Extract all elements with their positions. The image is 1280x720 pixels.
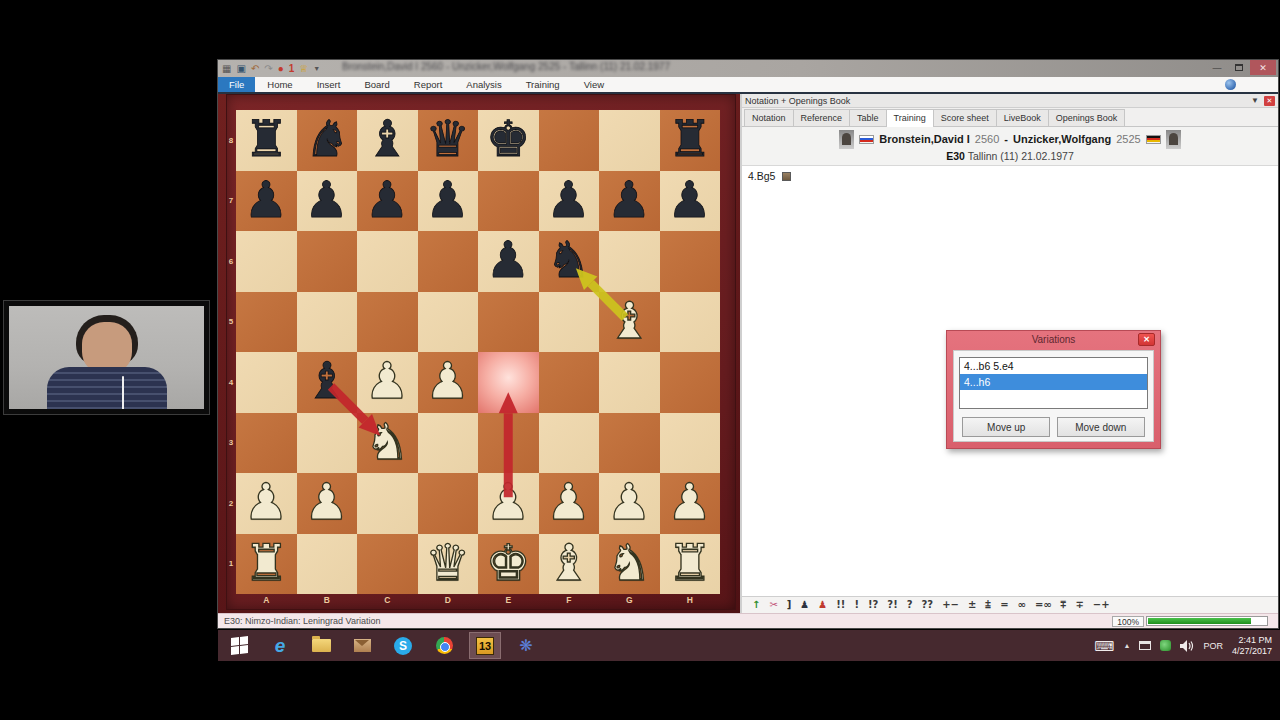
- taskbar-chessbase-13-icon[interactable]: 13: [469, 632, 501, 659]
- clock[interactable]: 2:41 PM 4/27/2017: [1232, 635, 1272, 657]
- white-pawn: ♟: [418, 352, 479, 413]
- square-g1[interactable]: ♞: [599, 534, 660, 595]
- square-e7[interactable]: [478, 171, 539, 232]
- square-a7[interactable]: ♟: [236, 171, 297, 232]
- square-f8[interactable]: [539, 110, 600, 171]
- taskbar-mail-icon[interactable]: [346, 632, 378, 659]
- earphone-cord: [122, 376, 124, 409]
- annotation-symbol-3[interactable]: ♟: [800, 600, 809, 610]
- square-h4[interactable]: [660, 352, 721, 413]
- white-king: ♚: [478, 534, 539, 595]
- annotation-symbol-14[interactable]: =: [1000, 600, 1008, 610]
- annotation-symbol-5[interactable]: !!: [836, 600, 845, 610]
- annotation-symbol-7[interactable]: !?: [868, 600, 878, 610]
- square-f6[interactable]: ♞: [539, 231, 600, 292]
- event-details: Tallinn (11) 21.02.1977: [968, 150, 1074, 162]
- volume-icon[interactable]: [1180, 640, 1194, 652]
- square-g8[interactable]: [599, 110, 660, 171]
- trophy-icon[interactable]: ♕: [299, 64, 308, 74]
- square-g3[interactable]: [599, 413, 660, 474]
- taskbar-start-icon[interactable]: [223, 632, 255, 659]
- menu-view[interactable]: View: [572, 77, 616, 92]
- white-pawn: ♟: [297, 473, 358, 534]
- menu-insert[interactable]: Insert: [305, 77, 353, 92]
- annotation-symbol-9[interactable]: ?: [907, 600, 913, 610]
- square-d5[interactable]: [418, 292, 479, 353]
- square-f1[interactable]: ♝: [539, 534, 600, 595]
- panel-title-bar[interactable]: Notation + Openings Book ▼ ✕: [742, 94, 1278, 108]
- square-d4[interactable]: ♟: [418, 352, 479, 413]
- square-h5[interactable]: [660, 292, 721, 353]
- black-rook: ♜: [660, 110, 721, 171]
- undo-icon[interactable]: ↶: [251, 64, 259, 74]
- minimize-button[interactable]: —: [1206, 60, 1228, 75]
- annotation-symbol-6[interactable]: !: [854, 600, 859, 610]
- white-pawn: ♟: [478, 473, 539, 534]
- square-a6[interactable]: [236, 231, 297, 292]
- black-queen: ♛: [418, 110, 479, 171]
- square-e3[interactable]: [478, 413, 539, 474]
- square-e2[interactable]: ♟: [478, 473, 539, 534]
- maximize-button[interactable]: [1228, 60, 1250, 75]
- black-player-elo: 2525: [1116, 133, 1140, 145]
- annotation-toolbar: ↑✂]♟♟!!!!??!???+−±⩲=∞=∞⩱∓−+: [742, 596, 1278, 613]
- qat-dropdown-icon[interactable]: ▼: [313, 64, 320, 74]
- square-b4[interactable]: ♝: [297, 352, 358, 413]
- square-d1[interactable]: ♛: [418, 534, 479, 595]
- black-player-name: Unzicker,Wolfgang: [1013, 133, 1111, 145]
- title-bar[interactable]: ▦ ▣ ↶ ↷ ● 1 ♕ ▼ Bronstein,David I 2560 -…: [218, 60, 1278, 77]
- square-c4[interactable]: ♟: [357, 352, 418, 413]
- move-down-button[interactable]: Move down: [1057, 417, 1145, 437]
- square-h6[interactable]: [660, 231, 721, 292]
- annotation-symbol-10[interactable]: ??: [922, 600, 934, 610]
- square-b1[interactable]: [297, 534, 358, 595]
- panel-tabs: NotationReferenceTableTrainingScore shee…: [742, 108, 1278, 127]
- system-tray: ⌨ ▲ POR 2:41 PM 4/27/2017: [1094, 635, 1280, 657]
- square-e5[interactable]: [478, 292, 539, 353]
- square-f5[interactable]: [539, 292, 600, 353]
- white-queen: ♛: [418, 534, 479, 595]
- annotation-symbol-17[interactable]: ⩱: [1061, 600, 1067, 610]
- annotation-symbol-16[interactable]: =∞: [1035, 600, 1052, 610]
- video-frame: ▦ ▣ ↶ ↷ ● 1 ♕ ▼ Bronstein,David I 2560 -…: [0, 0, 1280, 720]
- square-a4[interactable]: [236, 352, 297, 413]
- tab-table[interactable]: Table: [849, 109, 887, 126]
- menu-report[interactable]: Report: [402, 77, 455, 92]
- game-header: Bronstein,David I 2560 - Unzicker,Wolfga…: [742, 127, 1278, 166]
- dialog-title-bar[interactable]: Variations ✕: [947, 331, 1160, 348]
- dialog-title: Variations: [1032, 334, 1076, 345]
- rank-labels: 87654321: [226, 110, 236, 594]
- menu-board[interactable]: Board: [352, 77, 401, 92]
- square-b5[interactable]: [297, 292, 358, 353]
- window-controls: — ✕: [1206, 60, 1276, 75]
- square-a2[interactable]: ♟: [236, 473, 297, 534]
- square-f2[interactable]: ♟: [539, 473, 600, 534]
- black-player-photo: [1166, 130, 1181, 149]
- white-bishop: ♝: [539, 534, 600, 595]
- training-medal-icon: [782, 172, 791, 181]
- square-h3[interactable]: [660, 413, 721, 474]
- square-a5[interactable]: [236, 292, 297, 353]
- menu-home[interactable]: Home: [255, 77, 304, 92]
- white-pawn: ♟: [236, 473, 297, 534]
- clock-time: 2:41 PM: [1232, 635, 1272, 646]
- black-bishop: ♝: [297, 352, 358, 413]
- white-knight: ♞: [599, 534, 660, 595]
- tab-openings-book[interactable]: Openings Book: [1048, 109, 1126, 126]
- variation-item-0[interactable]: 4...b6 5.e4: [960, 358, 1147, 374]
- square-h7[interactable]: ♟: [660, 171, 721, 232]
- tab-notation[interactable]: Notation: [744, 109, 794, 126]
- panel-title: Notation + Openings Book: [745, 96, 850, 106]
- square-b7[interactable]: ♟: [297, 171, 358, 232]
- window-title: Bronstein,David I 2560 - Unzicker,Wolfga…: [342, 61, 670, 72]
- web-globe-icon[interactable]: [1225, 79, 1236, 90]
- annotation-symbol-19[interactable]: −+: [1093, 600, 1110, 610]
- annotation-symbol-12[interactable]: ±: [968, 600, 976, 610]
- square-g7[interactable]: ♟: [599, 171, 660, 232]
- webcam-video: [9, 306, 204, 409]
- black-pawn: ♟: [236, 171, 297, 232]
- menu-bar: FileHomeInsertBoardReportAnalysisTrainin…: [218, 77, 1278, 94]
- move-up-button[interactable]: Move up: [962, 417, 1050, 437]
- players-separator: -: [1004, 133, 1008, 145]
- germany-flag-icon: [1146, 135, 1161, 144]
- square-b3[interactable]: [297, 413, 358, 474]
- taskbar-flower-app-icon[interactable]: ❋: [510, 632, 542, 659]
- apps-grid-icon[interactable]: ▦: [222, 64, 231, 74]
- close-button[interactable]: ✕: [1250, 60, 1276, 75]
- square-c1[interactable]: [357, 534, 418, 595]
- square-c8[interactable]: ♝: [357, 110, 418, 171]
- board-pane: 87654321 ♜♞♝♛♚♜♟♟♟♟♟♟♟♟♞♝♝♟♟♞♟♟♟♟♟♟♜♛♚♝♞…: [218, 94, 740, 613]
- status-tray-icon[interactable]: [1160, 640, 1171, 651]
- square-b6[interactable]: [297, 231, 358, 292]
- square-e4[interactable]: [478, 352, 539, 413]
- square-c5[interactable]: [357, 292, 418, 353]
- white-rook: ♜: [660, 534, 721, 595]
- windows-taskbar: eS13❋ ⌨ ▲ POR 2:41 PM 4/27/2017: [218, 630, 1280, 661]
- annotation-symbol-2[interactable]: ]: [787, 600, 792, 610]
- square-d6[interactable]: [418, 231, 479, 292]
- square-b8[interactable]: ♞: [297, 110, 358, 171]
- white-pawn: ♟: [599, 473, 660, 534]
- presenter-shirt: [47, 367, 167, 409]
- variation-item-1[interactable]: 4...h6: [960, 374, 1147, 390]
- square-d3[interactable]: [418, 413, 479, 474]
- square-f4[interactable]: [539, 352, 600, 413]
- white-player-elo: 2560: [975, 133, 999, 145]
- hidden-icons-icon[interactable]: ▲: [1124, 642, 1131, 649]
- panel-dropdown-icon[interactable]: ▼: [1251, 96, 1259, 105]
- annotation-symbol-0[interactable]: ↑: [752, 600, 760, 610]
- taskbar-internet-explorer-icon[interactable]: e: [264, 632, 296, 659]
- dialog-close-icon[interactable]: ✕: [1138, 333, 1155, 346]
- white-player-name: Bronstein,David I: [879, 133, 969, 145]
- phone-icon[interactable]: 1: [289, 64, 295, 74]
- white-bishop: ♝: [599, 292, 660, 353]
- annotation-symbol-15[interactable]: ∞: [1018, 600, 1026, 610]
- annotation-symbol-4[interactable]: ♟: [818, 600, 827, 610]
- black-knight: ♞: [539, 231, 600, 292]
- square-h8[interactable]: ♜: [660, 110, 721, 171]
- black-pawn: ♟: [297, 171, 358, 232]
- status-bar: E30: Nimzo-Indian: Leningrad Variation 1…: [218, 613, 1278, 628]
- square-e1[interactable]: ♚: [478, 534, 539, 595]
- square-h2[interactable]: ♟: [660, 473, 721, 534]
- square-a3[interactable]: [236, 413, 297, 474]
- square-d8[interactable]: ♛: [418, 110, 479, 171]
- white-pawn: ♟: [539, 473, 600, 534]
- annotation-symbol-1[interactable]: ✂: [769, 600, 777, 610]
- square-c7[interactable]: ♟: [357, 171, 418, 232]
- annotation-symbol-13[interactable]: ⩲: [985, 600, 991, 610]
- opening-name: E30: Nimzo-Indian: Leningrad Variation: [224, 616, 380, 626]
- black-king: ♚: [478, 110, 539, 171]
- dialog-body: 4...b6 5.e44...h6 Move up Move down: [953, 350, 1154, 442]
- record-icon[interactable]: ●: [278, 64, 284, 74]
- square-e8[interactable]: ♚: [478, 110, 539, 171]
- tab-training[interactable]: Training: [886, 109, 934, 127]
- menu-training[interactable]: Training: [514, 77, 572, 92]
- black-pawn: ♟: [599, 171, 660, 232]
- square-c3[interactable]: ♞: [357, 413, 418, 474]
- move-text[interactable]: 4.Bg5: [748, 170, 775, 182]
- annotation-symbol-8[interactable]: ?!: [887, 600, 897, 610]
- tab-score-sheet[interactable]: Score sheet: [933, 109, 997, 126]
- square-h1[interactable]: ♜: [660, 534, 721, 595]
- black-pawn: ♟: [539, 171, 600, 232]
- white-pawn: ♟: [357, 352, 418, 413]
- variations-list: 4...b6 5.e44...h6: [959, 357, 1148, 409]
- menu-file[interactable]: File: [218, 77, 255, 92]
- zoom-level[interactable]: 100%: [1112, 616, 1144, 627]
- square-g4[interactable]: [599, 352, 660, 413]
- zoom-slider[interactable]: [1146, 616, 1268, 626]
- square-f7[interactable]: ♟: [539, 171, 600, 232]
- touch-keyboard-icon[interactable]: ⌨: [1094, 639, 1114, 653]
- square-f3[interactable]: [539, 413, 600, 474]
- white-knight: ♞: [357, 413, 418, 474]
- black-rook: ♜: [236, 110, 297, 171]
- tab-livebook[interactable]: LiveBook: [996, 109, 1049, 126]
- redo-icon[interactable]: ↷: [264, 64, 272, 74]
- white-player-photo: [839, 130, 854, 149]
- black-pawn: ♟: [660, 171, 721, 232]
- square-a8[interactable]: ♜: [236, 110, 297, 171]
- variations-dialog: Variations ✕ 4...b6 5.e44...h6 Move up M…: [946, 330, 1161, 449]
- event-line: E30 Tallinn (11) 21.02.1977: [742, 150, 1278, 162]
- black-knight: ♞: [297, 110, 358, 171]
- square-d2[interactable]: [418, 473, 479, 534]
- square-d7[interactable]: ♟: [418, 171, 479, 232]
- board-frame: 87654321 ♜♞♝♛♚♜♟♟♟♟♟♟♟♟♞♝♝♟♟♞♟♟♟♟♟♟♜♛♚♝♞…: [226, 94, 736, 610]
- square-a1[interactable]: ♜: [236, 534, 297, 595]
- square-e6[interactable]: ♟: [478, 231, 539, 292]
- square-g2[interactable]: ♟: [599, 473, 660, 534]
- taskbar-file-explorer-icon[interactable]: [305, 632, 337, 659]
- black-pawn: ♟: [478, 231, 539, 292]
- file-labels: ABCDEFGH: [236, 595, 720, 609]
- save-icon[interactable]: ▣: [236, 64, 245, 74]
- menu-analysis[interactable]: Analysis: [454, 77, 513, 92]
- taskbar-skype-icon[interactable]: S: [387, 632, 419, 659]
- language-indicator[interactable]: POR: [1203, 641, 1223, 651]
- window-tray-icon[interactable]: [1139, 641, 1151, 650]
- black-pawn: ♟: [418, 171, 479, 232]
- black-pawn: ♟: [357, 171, 418, 232]
- square-c6[interactable]: [357, 231, 418, 292]
- square-c2[interactable]: [357, 473, 418, 534]
- annotation-symbol-18[interactable]: ∓: [1075, 600, 1083, 610]
- white-rook: ♜: [236, 534, 297, 595]
- taskbar-chrome-icon[interactable]: [428, 632, 460, 659]
- clock-date: 4/27/2017: [1232, 646, 1272, 657]
- eco-code: E30: [946, 150, 965, 162]
- black-bishop: ♝: [357, 110, 418, 171]
- tab-reference[interactable]: Reference: [793, 109, 851, 126]
- square-g6[interactable]: [599, 231, 660, 292]
- square-b2[interactable]: ♟: [297, 473, 358, 534]
- webcam-overlay: [3, 300, 210, 415]
- white-pawn: ♟: [660, 473, 721, 534]
- square-g5[interactable]: ♝: [599, 292, 660, 353]
- chess-board: ♜♞♝♛♚♜♟♟♟♟♟♟♟♟♞♝♝♟♟♞♟♟♟♟♟♟♜♛♚♝♞♜: [236, 110, 720, 594]
- annotation-symbol-11[interactable]: +−: [942, 600, 959, 610]
- quick-access-toolbar: ▦ ▣ ↶ ↷ ● 1 ♕ ▼: [218, 60, 320, 77]
- panel-close-icon[interactable]: ✕: [1264, 96, 1275, 106]
- russia-flag-icon: [859, 135, 874, 144]
